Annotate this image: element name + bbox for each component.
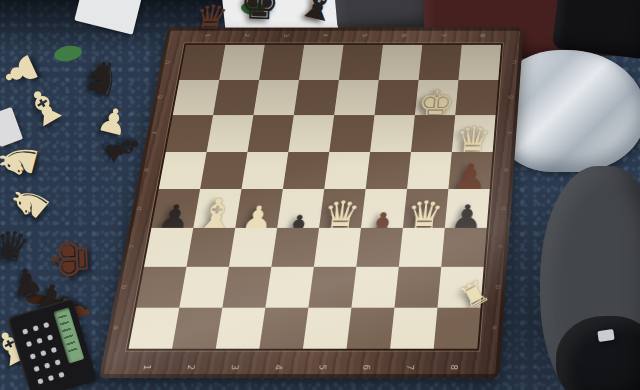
square-r8c1[interactable] [129,307,180,348]
square-r8c2[interactable] [172,307,222,348]
coordinate-label: b [120,285,129,289]
square-r3c5[interactable] [329,115,374,151]
square-r4c1[interactable] [159,152,207,189]
coordinate-label: 8 [449,364,459,370]
square-r7c3[interactable] [222,267,271,307]
square-r6c8[interactable] [441,227,487,266]
square-r1c5[interactable] [339,45,383,80]
loose-piece-bK[interactable]: ♚ [239,0,280,27]
square-r7c6[interactable] [351,267,398,307]
square-r7c8[interactable]: ♜ [438,267,484,307]
square-r8c7[interactable] [390,307,437,348]
square-r2c3[interactable] [253,80,299,116]
square-r4c4[interactable] [283,152,329,189]
square-r2c7[interactable]: ♚ [415,80,459,116]
square-r6c3[interactable] [229,227,277,266]
square-r6c2[interactable] [186,227,235,266]
square-r3c7[interactable] [411,115,455,151]
coordinate-label: f [150,131,158,135]
square-r1c2[interactable] [219,45,264,80]
square-r4c8[interactable]: ♟ [448,152,492,189]
square-r1c1[interactable] [179,45,225,80]
coordinate-label: g [157,95,165,99]
coordinate-label: 3 [282,34,290,38]
square-r5c8[interactable]: ♟ [445,189,490,227]
square-r5c4[interactable]: ♟ [277,189,324,227]
square-r4c2[interactable] [200,152,247,189]
square-r6c4[interactable] [271,227,319,266]
square-r3c8[interactable]: ♛ [452,115,496,151]
coordinate-label: 4 [321,34,329,38]
coordinate-label: g [508,95,516,99]
coordinate-labels-top: 12345678 [187,32,502,38]
square-r4c7[interactable] [407,152,452,189]
coordinate-label: a [112,326,121,330]
square-r5c3[interactable]: ♟ [235,189,283,227]
chair-label [597,329,614,342]
coordinate-label: e [502,168,510,172]
coordinate-label: a [490,326,498,330]
square-r6c5[interactable] [314,227,361,266]
square-r8c8[interactable] [434,307,481,348]
square-r3c6[interactable] [370,115,415,151]
square-r2c2[interactable] [213,80,259,116]
coordinate-label: 6 [361,364,372,370]
square-r2c8[interactable] [455,80,498,116]
square-r2c6[interactable] [374,80,418,116]
coordinate-label: c [496,245,504,249]
square-r6c6[interactable] [356,227,403,266]
coordinate-label: d [135,206,143,210]
square-r1c7[interactable] [419,45,462,80]
square-r5c5[interactable]: ♛ [319,189,366,227]
square-r7c2[interactable] [179,267,229,307]
coordinate-label: 3 [229,364,240,370]
chess-board: ♚♛♟♟♝♟♟♛♟♛♟♜ 12345678 12345678 hgfedcba … [99,28,524,378]
square-r8c5[interactable] [303,307,352,348]
square-r4c6[interactable] [366,152,411,189]
board-grid: ♚♛♟♟♝♟♟♛♟♛♟♜ [129,45,502,349]
square-r3c4[interactable] [288,115,334,151]
coordinate-label: 5 [361,34,369,38]
square-r7c7[interactable] [394,267,441,307]
square-r6c7[interactable] [399,227,445,266]
square-r3c2[interactable] [207,115,254,151]
coordinate-label: 7 [405,364,416,370]
coordinate-label: 8 [478,34,485,38]
coordinate-label: d [499,206,507,210]
square-r1c8[interactable] [458,45,501,80]
square-r5c7[interactable]: ♛ [403,189,448,227]
coordinate-label: h [510,60,517,64]
square-r8c3[interactable] [216,307,266,348]
board-border: ♚♛♟♟♝♟♟♛♟♛♟♜ 12345678 12345678 hgfedcba … [99,28,524,378]
square-r4c5[interactable] [324,152,370,189]
coordinate-labels-bottom: 12345678 [124,362,476,372]
square-r3c1[interactable] [166,115,213,151]
coordinate-label: e [143,168,151,172]
square-r7c5[interactable] [308,267,356,307]
coordinate-label: f [505,131,513,135]
coordinate-label: 6 [400,34,408,38]
coordinate-label: b [493,285,501,289]
coordinate-label: h [164,60,172,64]
square-r1c3[interactable] [259,45,304,80]
square-r1c4[interactable] [299,45,344,80]
square-r6c1[interactable] [144,227,193,266]
square-r5c6[interactable]: ♟ [361,189,407,227]
square-r2c4[interactable] [294,80,339,116]
square-r8c4[interactable] [259,307,308,348]
square-r3c3[interactable] [248,115,294,151]
square-r7c4[interactable] [265,267,313,307]
square-r2c1[interactable] [173,80,220,116]
brown-queen-on-border[interactable]: ♛ [192,1,231,34]
coordinate-label: 7 [439,34,446,38]
coordinate-label: 2 [243,34,251,38]
coordinate-label: c [127,245,135,249]
square-r5c1[interactable]: ♟ [151,189,200,227]
square-r2c5[interactable] [334,80,379,116]
square-r7c1[interactable] [136,267,186,307]
scene-root: { "game": "chess", "scene_description": … [0,0,640,390]
coordinate-label: 4 [273,364,284,370]
square-r8c6[interactable] [347,307,395,348]
square-r4c3[interactable] [241,152,288,189]
square-r1c6[interactable] [379,45,423,80]
coordinate-label: 1 [141,364,152,370]
coordinate-label: 5 [317,364,328,370]
square-r5c2[interactable]: ♝ [193,189,241,227]
coordinate-label: 2 [185,364,196,370]
loose-piece-nK[interactable]: ♚ [45,236,97,283]
